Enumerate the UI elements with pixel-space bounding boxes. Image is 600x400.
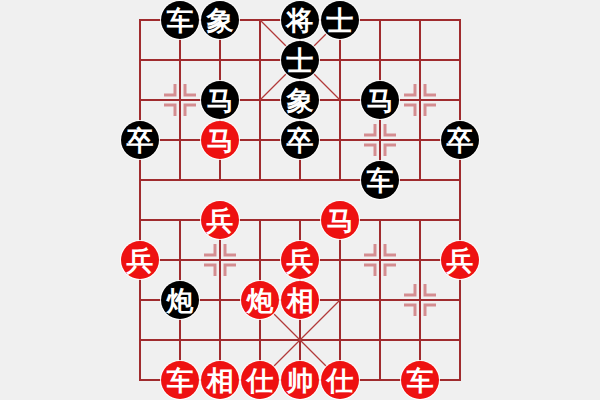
piece-red-horse[interactable]: 马: [201, 121, 239, 159]
piece-red-soldier[interactable]: 兵: [121, 241, 159, 279]
piece-red-advisor[interactable]: 仕: [241, 361, 279, 399]
piece-red-soldier[interactable]: 兵: [201, 201, 239, 239]
piece-red-horse[interactable]: 马: [321, 201, 359, 239]
piece-black-elephant[interactable]: 象: [201, 1, 239, 39]
piece-black-general[interactable]: 将: [281, 1, 319, 39]
piece-red-cannon[interactable]: 炮: [241, 281, 279, 319]
piece-red-elephant[interactable]: 相: [281, 281, 319, 319]
piece-red-soldier[interactable]: 兵: [441, 241, 479, 279]
xiangqi-app: 车象将士士马象马卒马卒卒车兵马兵兵兵炮炮相车相仕帅仕车: [0, 0, 600, 400]
piece-black-cannon[interactable]: 炮: [161, 281, 199, 319]
piece-black-horse[interactable]: 马: [201, 81, 239, 119]
xiangqi-board-grid: 车象将士士马象马卒马卒卒车兵马兵兵兵炮炮相车相仕帅仕车: [120, 0, 480, 400]
piece-black-advisor[interactable]: 士: [321, 1, 359, 39]
piece-red-elephant[interactable]: 相: [201, 361, 239, 399]
piece-black-advisor[interactable]: 士: [281, 41, 319, 79]
piece-black-horse[interactable]: 马: [361, 81, 399, 119]
piece-black-soldier[interactable]: 卒: [281, 121, 319, 159]
piece-black-soldier[interactable]: 卒: [441, 121, 479, 159]
piece-red-advisor[interactable]: 仕: [321, 361, 359, 399]
piece-red-soldier[interactable]: 兵: [281, 241, 319, 279]
piece-black-chariot[interactable]: 车: [361, 161, 399, 199]
piece-black-elephant[interactable]: 象: [281, 81, 319, 119]
piece-red-chariot[interactable]: 车: [161, 361, 199, 399]
piece-red-general[interactable]: 帅: [281, 361, 319, 399]
piece-black-soldier[interactable]: 卒: [121, 121, 159, 159]
piece-black-chariot[interactable]: 车: [161, 1, 199, 39]
piece-red-chariot[interactable]: 车: [401, 361, 439, 399]
